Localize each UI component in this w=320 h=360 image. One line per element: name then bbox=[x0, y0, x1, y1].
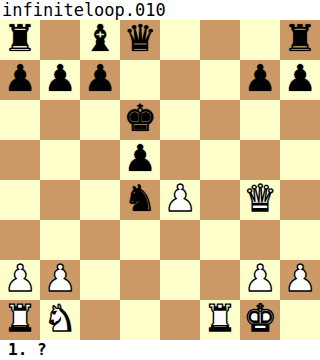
square-e2[interactable] bbox=[160, 260, 200, 300]
piece-black-rook: ♜ bbox=[283, 19, 316, 59]
square-f4[interactable] bbox=[200, 180, 240, 220]
square-e6[interactable] bbox=[160, 100, 200, 140]
piece-black-pawn: ♟ bbox=[3, 59, 36, 99]
square-a7[interactable]: ♟ bbox=[0, 60, 40, 100]
square-g2[interactable]: ♟ bbox=[240, 260, 280, 300]
square-h2[interactable]: ♟ bbox=[280, 260, 320, 300]
piece-black-queen: ♛ bbox=[123, 19, 156, 59]
square-c4[interactable] bbox=[80, 180, 120, 220]
square-a6[interactable] bbox=[0, 100, 40, 140]
piece-black-pawn: ♟ bbox=[83, 59, 116, 99]
square-h4[interactable] bbox=[280, 180, 320, 220]
square-h6[interactable] bbox=[280, 100, 320, 140]
square-a2[interactable]: ♟ bbox=[0, 260, 40, 300]
square-d2[interactable] bbox=[120, 260, 160, 300]
square-e3[interactable] bbox=[160, 220, 200, 260]
square-b7[interactable]: ♟ bbox=[40, 60, 80, 100]
square-c8[interactable]: ♝ bbox=[80, 20, 120, 60]
square-d1[interactable] bbox=[120, 300, 160, 340]
square-h7[interactable]: ♟ bbox=[280, 60, 320, 100]
square-c1[interactable] bbox=[80, 300, 120, 340]
square-a1[interactable]: ♜ bbox=[0, 300, 40, 340]
square-b1[interactable]: ♞ bbox=[40, 300, 80, 340]
square-a8[interactable]: ♜ bbox=[0, 20, 40, 60]
square-c5[interactable] bbox=[80, 140, 120, 180]
piece-black-rook: ♜ bbox=[3, 19, 36, 59]
square-g4[interactable]: ♛ bbox=[240, 180, 280, 220]
square-f8[interactable] bbox=[200, 20, 240, 60]
square-d4[interactable]: ♞ bbox=[120, 180, 160, 220]
piece-black-bishop: ♝ bbox=[83, 19, 116, 59]
piece-white-king: ♚ bbox=[243, 299, 276, 339]
piece-black-pawn: ♟ bbox=[43, 59, 76, 99]
chess-board: ♜♝♛♜♟♟♟♟♟♚♟♞♟♛♟♟♟♟♜♞♜♚ bbox=[0, 20, 320, 340]
square-c7[interactable]: ♟ bbox=[80, 60, 120, 100]
square-d3[interactable] bbox=[120, 220, 160, 260]
square-d5[interactable]: ♟ bbox=[120, 140, 160, 180]
window-title: infiniteloop.010 bbox=[0, 0, 320, 20]
square-g7[interactable]: ♟ bbox=[240, 60, 280, 100]
square-g8[interactable] bbox=[240, 20, 280, 60]
piece-white-knight: ♞ bbox=[43, 299, 76, 339]
move-prompt: 1. ? bbox=[0, 340, 320, 360]
square-b2[interactable]: ♟ bbox=[40, 260, 80, 300]
square-g5[interactable] bbox=[240, 140, 280, 180]
square-e8[interactable] bbox=[160, 20, 200, 60]
piece-black-king: ♚ bbox=[123, 99, 156, 139]
square-b4[interactable] bbox=[40, 180, 80, 220]
square-f5[interactable] bbox=[200, 140, 240, 180]
square-h5[interactable] bbox=[280, 140, 320, 180]
piece-white-pawn: ♟ bbox=[163, 179, 196, 219]
square-e5[interactable] bbox=[160, 140, 200, 180]
square-g1[interactable]: ♚ bbox=[240, 300, 280, 340]
square-h1[interactable] bbox=[280, 300, 320, 340]
square-c6[interactable] bbox=[80, 100, 120, 140]
square-d8[interactable]: ♛ bbox=[120, 20, 160, 60]
piece-white-pawn: ♟ bbox=[243, 259, 276, 299]
square-b5[interactable] bbox=[40, 140, 80, 180]
square-f7[interactable] bbox=[200, 60, 240, 100]
square-g3[interactable] bbox=[240, 220, 280, 260]
piece-black-pawn: ♟ bbox=[123, 139, 156, 179]
square-h8[interactable]: ♜ bbox=[280, 20, 320, 60]
piece-white-pawn: ♟ bbox=[283, 259, 316, 299]
square-b8[interactable] bbox=[40, 20, 80, 60]
piece-black-knight: ♞ bbox=[123, 179, 156, 219]
piece-black-pawn: ♟ bbox=[283, 59, 316, 99]
square-f6[interactable] bbox=[200, 100, 240, 140]
square-e7[interactable] bbox=[160, 60, 200, 100]
square-f2[interactable] bbox=[200, 260, 240, 300]
square-d7[interactable] bbox=[120, 60, 160, 100]
square-f1[interactable]: ♜ bbox=[200, 300, 240, 340]
square-d6[interactable]: ♚ bbox=[120, 100, 160, 140]
square-a4[interactable] bbox=[0, 180, 40, 220]
square-f3[interactable] bbox=[200, 220, 240, 260]
square-c2[interactable] bbox=[80, 260, 120, 300]
piece-white-pawn: ♟ bbox=[43, 259, 76, 299]
square-c3[interactable] bbox=[80, 220, 120, 260]
square-g6[interactable] bbox=[240, 100, 280, 140]
square-h3[interactable] bbox=[280, 220, 320, 260]
piece-white-rook: ♜ bbox=[3, 299, 36, 339]
square-b3[interactable] bbox=[40, 220, 80, 260]
square-b6[interactable] bbox=[40, 100, 80, 140]
piece-white-pawn: ♟ bbox=[3, 259, 36, 299]
piece-white-queen: ♛ bbox=[243, 179, 276, 219]
square-e1[interactable] bbox=[160, 300, 200, 340]
square-e4[interactable]: ♟ bbox=[160, 180, 200, 220]
piece-white-rook: ♜ bbox=[203, 299, 236, 339]
piece-black-pawn: ♟ bbox=[243, 59, 276, 99]
square-a3[interactable] bbox=[0, 220, 40, 260]
square-a5[interactable] bbox=[0, 140, 40, 180]
